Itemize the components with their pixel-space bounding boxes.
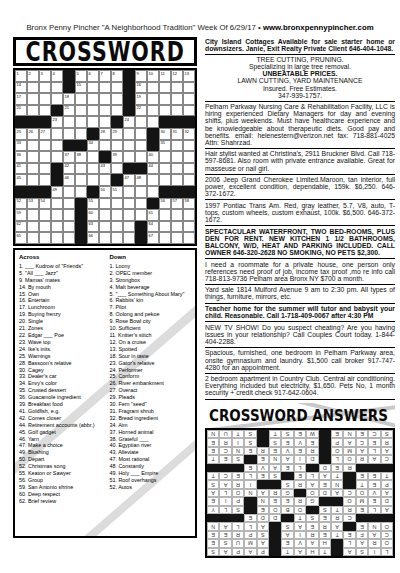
answer-letter-cell: A (306, 539, 318, 547)
clue-number: 25 (17, 129, 21, 134)
answer-letter-cell: P (257, 547, 269, 555)
grid-cell (123, 186, 135, 198)
answer-letter-cell: E (281, 497, 293, 505)
grid-cell (63, 232, 75, 244)
answer-letter-cell: E (244, 463, 256, 471)
clue-item: 52. Christmas song (19, 463, 109, 470)
grid-cell (51, 151, 63, 163)
clue-item: 48. Constantly (109, 463, 193, 470)
grid-cell: 28 (99, 128, 111, 140)
answer-letter-cell: O (381, 522, 393, 530)
grid-cell (111, 140, 123, 152)
grid-cell (135, 209, 147, 221)
grid-cell (135, 128, 147, 140)
answer-letter-cell: E (356, 472, 368, 480)
crossword-column: CROSSWORD 123456789101112131415161718192… (13, 37, 197, 538)
clue-number: 62 (17, 221, 21, 226)
grid-cell: 33 (15, 140, 27, 152)
clue-item: 51. Roof overhangs (109, 477, 193, 484)
grid-cell: 64 (147, 221, 159, 233)
answer-letter-cell: S (207, 480, 219, 488)
grid-cell (99, 116, 111, 128)
answer-letter-cell: V (294, 539, 306, 547)
grid-cell: 14 (15, 82, 27, 94)
answer-letter-cell: L (306, 472, 318, 480)
clue-number: 64 (149, 221, 153, 226)
black-cell (159, 186, 171, 198)
clue-number: 22 (137, 105, 141, 110)
clue-number: 39 (113, 152, 117, 157)
grid-cell: 27 (39, 128, 51, 140)
answer-letter-cell: A (219, 480, 231, 488)
answer-letter-cell: T (319, 547, 331, 555)
grid-cell (99, 221, 111, 233)
answer-letter-cell: L (368, 505, 380, 513)
grid-cell (171, 93, 183, 105)
black-cell (63, 82, 75, 94)
clue-item: 36. Guacamole ingredient (19, 394, 109, 401)
answer-black-cell (381, 514, 393, 522)
clue-item: 62. Brief review (19, 498, 109, 505)
answer-letter-cell: V (281, 446, 293, 454)
grid-cell (99, 82, 111, 94)
answer-letter-cell: I (219, 497, 231, 505)
classified-ad: SPECTACULAR WATERFRONT, TWO BED-ROOMS, P… (205, 226, 395, 259)
newspaper-page: Bronx Penny Pincher "A Neighborhood Trad… (0, 0, 400, 573)
classified-ad-line: 347-939-1757. (205, 92, 395, 99)
answer-letter-cell: N (207, 522, 219, 530)
clue-item: 30. Fern "seed" (109, 401, 193, 408)
answer-letter-cell: O (306, 488, 318, 496)
classified-ad: Teacher home for the summer will tutor a… (205, 304, 395, 323)
grid-cell (111, 232, 123, 244)
grid-cell: 6 (87, 70, 99, 82)
grid-cell (159, 209, 171, 221)
clue-item: 1. ___ Kudrow of "Friends" (19, 263, 109, 270)
black-cell (159, 116, 171, 128)
black-cell (123, 70, 135, 82)
answer-letter-cell: R (356, 455, 368, 463)
clue-number: 26 (29, 129, 33, 134)
answer-letter-cell: L (368, 446, 380, 454)
clue-item: 23. Wave top (19, 339, 109, 346)
black-cell (99, 151, 111, 163)
answer-black-cell (257, 430, 269, 438)
answer-letter-cell: T (294, 514, 306, 522)
black-cell (111, 116, 123, 128)
black-cell (87, 128, 99, 140)
answer-black-cell (219, 463, 231, 471)
crossword-title: CROSSWORD (25, 37, 184, 66)
answer-letter-cell: A (257, 539, 269, 547)
clue-number: 58 (185, 198, 189, 203)
answer-letter-cell: R (368, 539, 380, 547)
grid-cell: 57 (171, 198, 183, 210)
clue-item: 5. "___ Something About Mary" (109, 291, 193, 298)
answer-letter-cell: V (368, 488, 380, 496)
answer-letter-cell: D (319, 463, 331, 471)
black-cell (87, 186, 99, 198)
down-heading: Down (109, 254, 193, 261)
answer-letter-cell: C (219, 446, 231, 454)
clue-number: 38 (77, 152, 81, 157)
clue-number: 59 (17, 210, 21, 215)
clue-number: 42 (65, 163, 69, 168)
answer-letter-cell: S (232, 505, 244, 513)
answer-black-cell (343, 522, 355, 530)
answer-letter-cell: N (257, 497, 269, 505)
grid-cell (183, 163, 195, 175)
clue-number: 66 (89, 233, 93, 238)
classified-ads: City Island Cottages Available for sale … (205, 36, 395, 400)
clue-item: 26. River embankment (109, 380, 193, 387)
black-cell (171, 116, 183, 128)
answer-black-cell (244, 455, 256, 463)
grid-cell (183, 140, 195, 152)
clue-item: 47. Make a choice (19, 442, 109, 449)
grid-cell: 22 (135, 105, 147, 117)
black-cell (123, 105, 135, 117)
answer-letter-cell: A (381, 446, 393, 454)
classified-ad-line: TREE CUTTING, PRUNING. (205, 56, 395, 63)
grid-cell (183, 151, 195, 163)
answer-black-cell (207, 463, 219, 471)
answer-black-cell (331, 547, 343, 555)
answer-black-cell (331, 539, 343, 547)
answer-letter-cell: R (232, 530, 244, 538)
answer-black-cell (269, 522, 281, 530)
grid-cell: 5 (75, 70, 87, 82)
grid-cell: 26 (27, 128, 39, 140)
answer-letter-cell: E (207, 438, 219, 446)
clue-item: 6. Rabbits' kin (109, 297, 193, 304)
clue-number: 45 (17, 175, 21, 180)
grid-cell: 62 (15, 221, 27, 233)
answer-letter-cell: G (306, 497, 318, 505)
grid-cell (183, 221, 195, 233)
grid-cell (99, 140, 111, 152)
answer-black-cell (244, 497, 256, 505)
black-cell (183, 116, 195, 128)
answer-letter-cell: B (281, 505, 293, 513)
grid-cell: 67 (147, 232, 159, 244)
clue-item: 60. Deep respect (19, 491, 109, 498)
classified-ad: Pelham Parkway Nursing Care & Rehabilita… (205, 102, 395, 149)
grid-cell: 37 (63, 151, 75, 163)
grid-cell (39, 105, 51, 117)
grid-cell (99, 174, 111, 186)
answer-letter-cell: O (294, 505, 306, 513)
grid-cell: 65 (15, 232, 27, 244)
grid-cell: 13 (183, 70, 195, 82)
clue-item: 15. Own (19, 291, 109, 298)
clue-item: 30. Cagey (19, 367, 109, 374)
grid-cell (39, 209, 51, 221)
grid-cell (87, 93, 99, 105)
answers-logo-box: CROSSWORD ANSWERS (205, 403, 395, 428)
answer-black-cell (343, 480, 355, 488)
answer-black-cell (294, 488, 306, 496)
answer-letter-cell: T (331, 472, 343, 480)
grid-cell: 24 (123, 116, 135, 128)
grid-cell (87, 82, 99, 94)
answer-letter-cell: E (294, 472, 306, 480)
clue-item: 56. Group (19, 477, 109, 484)
answer-black-cell (319, 497, 331, 505)
grid-cell (183, 232, 195, 244)
clue-item: 32. Bread ingredient (109, 415, 193, 422)
answer-letter-cell: N (207, 430, 219, 438)
answer-letter-cell: O (232, 488, 244, 496)
answer-letter-cell: E (356, 505, 368, 513)
grid-cell (159, 232, 171, 244)
clue-number: 53 (29, 198, 33, 203)
grid-cell (171, 163, 183, 175)
black-cell (39, 186, 51, 198)
black-cell (171, 186, 183, 198)
answer-letter-cell: R (319, 522, 331, 530)
clue-item: 2. OPEC member (109, 270, 193, 277)
grid-cell (171, 174, 183, 186)
clue-item: 34. Envy's color (19, 380, 109, 387)
answer-letter-cell: E (219, 530, 231, 538)
answer-letter-cell: A (269, 463, 281, 471)
answer-letter-cell: S (356, 547, 368, 555)
answer-letter-cell: E (319, 480, 331, 488)
black-cell (51, 105, 63, 117)
grid-cell: 66 (87, 232, 99, 244)
answer-letter-cell: L (331, 455, 343, 463)
answer-letter-cell: H (319, 539, 331, 547)
answer-letter-cell: R (232, 480, 244, 488)
answer-letter-cell: S (281, 480, 293, 488)
grid-cell: 15 (75, 82, 87, 94)
clue-number: 9 (137, 71, 139, 76)
clue-number: 12 (173, 71, 177, 76)
grid-cell: 3 (39, 70, 51, 82)
clue-item: 11. Knitter's stitch (109, 332, 193, 339)
answer-letter-cell: E (219, 455, 231, 463)
answer-letter-cell: E (306, 522, 318, 530)
black-cell (15, 186, 27, 198)
answer-letter-cell: E (257, 472, 269, 480)
answer-letter-cell: L (244, 472, 256, 480)
clue-box: Across 1. ___ Kudrow of "Friends"5. "All… (13, 248, 197, 538)
answer-letter-cell: I (232, 438, 244, 446)
answer-letter-cell: S (207, 547, 219, 555)
answer-black-cell (269, 530, 281, 538)
answer-letter-cell: E (368, 497, 380, 505)
black-cell (63, 70, 75, 82)
clue-item: 25. Warnings (19, 353, 109, 360)
grid-cell (39, 140, 51, 152)
clue-number: 32 (185, 129, 189, 134)
clue-number: 23 (53, 117, 57, 122)
grid-cell: 61 (147, 209, 159, 221)
answer-letter-cell: C (343, 488, 355, 496)
answer-letter-cell: O (331, 446, 343, 454)
black-cell (123, 163, 135, 175)
grid-cell: 46 (63, 174, 75, 186)
black-cell (111, 174, 123, 186)
answer-black-cell (257, 438, 269, 446)
grid-cell: 44 (147, 163, 159, 175)
clue-number: 1 (17, 71, 19, 76)
clue-item: 35. Crusted dessert (19, 387, 109, 394)
answer-letter-cell: T (381, 472, 393, 480)
answer-letter-cell: H (306, 547, 318, 555)
answer-black-cell (319, 438, 331, 446)
answer-letter-cell: A (368, 530, 380, 538)
answer-letter-cell: D (381, 497, 393, 505)
clue-number: 35 (161, 140, 165, 145)
grid-cell: 55 (87, 198, 99, 210)
grid-cell (123, 151, 135, 163)
answer-letter-cell: R (343, 505, 355, 513)
clue-item: 14. By mouth (19, 284, 109, 291)
clue-item: 39. Breakfast food (19, 401, 109, 408)
answer-letter-cell: N (244, 488, 256, 496)
page-header: Bronx Penny Pincher "A Neighborhood Trad… (0, 23, 400, 32)
grid-cell (63, 221, 75, 233)
grid-cell (183, 105, 195, 117)
answer-black-cell (207, 514, 219, 522)
answer-letter-cell: E (207, 497, 219, 505)
answer-letter-cell: L (219, 488, 231, 496)
black-cell (75, 221, 87, 233)
grid-cell (99, 93, 111, 105)
grid-cell (147, 93, 159, 105)
classified-ad-line: Specializing in large tree removal. (205, 63, 395, 70)
clue-number: 47 (125, 175, 129, 180)
grid-cell (135, 116, 147, 128)
grid-cell (51, 93, 63, 105)
grid-cell: 36 (15, 151, 27, 163)
grid-cell: 25 (15, 128, 27, 140)
grid-cell (27, 82, 39, 94)
answer-letter-cell: R (306, 530, 318, 538)
answer-letter-cell: P (381, 480, 393, 488)
answer-letter-cell: C (219, 472, 231, 480)
clue-item: 28. Bassoon's relative (19, 360, 109, 367)
black-cell (147, 140, 159, 152)
answer-letter-cell: R (294, 497, 306, 505)
grid-cell (75, 128, 87, 140)
answer-letter-cell: E (269, 497, 281, 505)
grid-cell (39, 93, 51, 105)
grid-cell: 21 (63, 105, 75, 117)
answer-black-cell (306, 463, 318, 471)
grid-cell (159, 151, 171, 163)
answer-letter-cell: E (244, 446, 256, 454)
answer-letter-cell: D (269, 514, 281, 522)
answer-letter-cell: C (356, 438, 368, 446)
classified-ad: 2 bedroom apartment in Country Club. Cen… (205, 374, 395, 400)
clue-number: 15 (77, 82, 81, 87)
grid-cell (39, 174, 51, 186)
grid-cell (27, 105, 39, 117)
crossword-logo-box: CROSSWORD (13, 37, 197, 66)
black-cell (183, 186, 195, 198)
answer-letter-cell: E (257, 455, 269, 463)
clue-item: 25. Conform (109, 373, 193, 380)
answer-letter-cell: V (257, 463, 269, 471)
answer-letter-cell: R (381, 438, 393, 446)
clue-item: 41. Goldfish, e.g. (19, 408, 109, 415)
clue-item: 52. Autos (109, 484, 193, 491)
answer-letter-cell: T (269, 430, 281, 438)
answer-black-cell (232, 463, 244, 471)
clue-item: 29. Pleads (109, 394, 193, 401)
grid-cell (183, 82, 195, 94)
grid-cell (159, 221, 171, 233)
classified-ad: TREE CUTTING, PRUNING.Specializing in la… (205, 55, 395, 102)
black-cell (135, 232, 147, 244)
grid-cell (111, 221, 123, 233)
grid-cell (111, 198, 123, 210)
answer-letter-cell: R (269, 488, 281, 496)
clue-item: 46. Yarn (19, 436, 109, 443)
answer-letter-cell: N (232, 446, 244, 454)
clue-number: 4 (53, 71, 55, 76)
clue-number: 33 (17, 140, 21, 145)
clue-item: 1. Loony (109, 263, 193, 270)
clue-number: 19 (137, 94, 141, 99)
grid-cell: 47 (123, 174, 135, 186)
answer-letter-cell: S (244, 438, 256, 446)
grid-cell (87, 151, 99, 163)
black-cell (27, 186, 39, 198)
grid-cell (51, 198, 63, 210)
clue-item: 50. Depart (19, 456, 109, 463)
clue-number: 34 (89, 140, 93, 145)
grid-cell: 7 (99, 70, 111, 82)
answer-black-cell (219, 514, 231, 522)
answer-letter-cell: A (219, 522, 231, 530)
grid-cell (63, 128, 75, 140)
answer-letter-cell: S (257, 530, 269, 538)
answer-letter-cell: R (219, 438, 231, 446)
clue-number: 48 (137, 175, 141, 180)
clue-item: 17. Lunchroom (19, 304, 109, 311)
grid-cell (63, 186, 75, 198)
answer-letter-cell: W (306, 430, 318, 438)
answer-letter-cell: E (269, 446, 281, 454)
classified-ad-line: LAWN CUTTING, YARD MAINTENANCE (205, 77, 395, 84)
black-cell (147, 128, 159, 140)
clue-number: 8 (113, 71, 115, 76)
answer-letter-cell: I (294, 530, 306, 538)
answer-letter-cell: E (257, 505, 269, 513)
grid-cell (135, 151, 147, 163)
answer-letter-cell: E (368, 480, 380, 488)
answer-letter-cell: E (356, 522, 368, 530)
answer-black-cell (269, 539, 281, 547)
grid-cell (111, 105, 123, 117)
grid-cell (123, 221, 135, 233)
grid-cell: 51 (111, 186, 123, 198)
grid-cell (147, 82, 159, 94)
clue-item: 31. Fragrant shrub (109, 408, 193, 415)
answer-letter-cell: E (207, 446, 219, 454)
answer-letter-cell: S (232, 455, 244, 463)
grid-cell (39, 151, 51, 163)
clue-item: 37. Horned animal (109, 429, 193, 436)
clue-number: 49 (53, 187, 57, 192)
grid-cell (123, 209, 135, 221)
clue-number: 46 (65, 175, 69, 180)
answer-letter-cell: E (207, 530, 219, 538)
